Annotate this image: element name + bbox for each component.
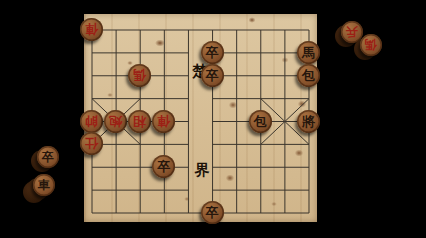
river-label-jie: 界 [195,163,210,178]
piece-red-elephant[interactable]: 相 [128,110,151,133]
piece-red-chariot[interactable]: 俥 [152,110,175,133]
app-canvas: 楚 界 俥傌帥炮相俥仕卒卒馬包將包卒卒 兵傌卒車 [0,0,426,238]
piece-black-cannon[interactable]: 包 [297,64,320,87]
piece-glyph: 仕 [85,137,98,150]
piece-glyph: 兵 [346,26,358,38]
xiangqi-board[interactable]: 楚 界 俥傌帥炮相俥仕卒卒馬包將包卒卒 [84,14,317,222]
piece-glyph: 卒 [42,151,54,163]
piece-black-soldier[interactable]: 卒 [201,201,224,224]
piece-red-chariot[interactable]: 俥 [80,18,103,41]
piece-black-soldier[interactable]: 卒 [201,41,224,64]
piece-red-cannon[interactable]: 炮 [104,110,127,133]
piece-black-soldier[interactable]: 卒 [201,64,224,87]
piece-red-horse[interactable]: 傌 [128,64,151,87]
piece-glyph: 俥 [85,23,98,36]
piece-black-general[interactable]: 將 [297,110,320,133]
captured-black-soldier: 卒 [37,146,59,168]
captured-black-chariot: 車 [33,174,55,196]
piece-glyph: 將 [302,115,315,128]
piece-glyph: 包 [254,115,267,128]
piece-glyph: 相 [133,115,146,128]
piece-glyph: 帥 [85,115,98,128]
piece-red-general[interactable]: 帥 [80,110,103,133]
piece-glyph: 卒 [206,206,219,219]
piece-glyph: 傌 [133,69,146,82]
piece-glyph: 馬 [302,46,315,59]
captured-red-horse: 傌 [360,34,382,56]
piece-black-horse[interactable]: 馬 [297,41,320,64]
piece-black-cannon[interactable]: 包 [249,110,272,133]
piece-glyph: 傌 [365,39,377,51]
piece-glyph: 車 [38,179,50,191]
piece-glyph: 炮 [109,115,122,128]
piece-glyph: 包 [302,69,315,82]
piece-glyph: 卒 [206,46,219,59]
piece-glyph: 卒 [157,160,170,173]
piece-glyph: 卒 [206,69,219,82]
piece-glyph: 俥 [157,115,170,128]
